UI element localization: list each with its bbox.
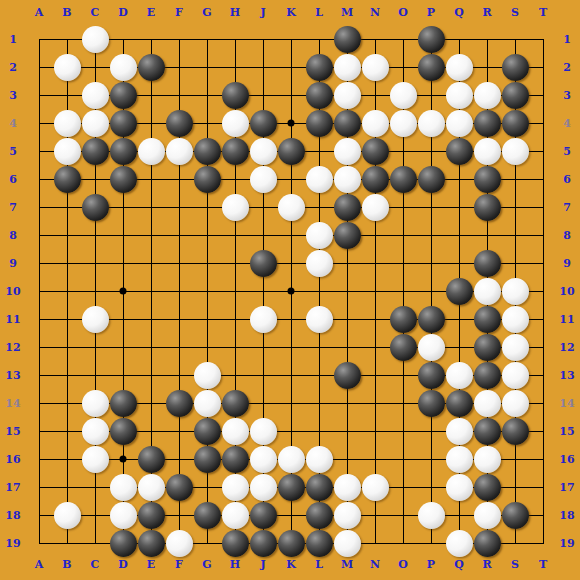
- intersection[interactable]: [445, 473, 473, 501]
- intersection[interactable]: [81, 445, 109, 473]
- intersection[interactable]: [529, 305, 557, 333]
- intersection[interactable]: [333, 361, 361, 389]
- intersection[interactable]: [501, 445, 529, 473]
- intersection[interactable]: [165, 221, 193, 249]
- intersection[interactable]: [137, 529, 165, 557]
- intersection[interactable]: [109, 81, 137, 109]
- intersection[interactable]: [361, 305, 389, 333]
- intersection[interactable]: [25, 221, 53, 249]
- intersection[interactable]: [333, 165, 361, 193]
- intersection[interactable]: [529, 389, 557, 417]
- intersection[interactable]: [529, 333, 557, 361]
- intersection[interactable]: [193, 249, 221, 277]
- intersection[interactable]: [361, 193, 389, 221]
- intersection[interactable]: [109, 501, 137, 529]
- intersection[interactable]: [333, 305, 361, 333]
- intersection[interactable]: [529, 165, 557, 193]
- intersection[interactable]: [81, 137, 109, 165]
- intersection[interactable]: [193, 53, 221, 81]
- intersection[interactable]: [165, 137, 193, 165]
- intersection[interactable]: [305, 137, 333, 165]
- intersection[interactable]: [445, 165, 473, 193]
- intersection[interactable]: [109, 305, 137, 333]
- intersection[interactable]: [333, 137, 361, 165]
- intersection[interactable]: [529, 249, 557, 277]
- intersection[interactable]: [445, 529, 473, 557]
- intersection[interactable]: [137, 165, 165, 193]
- intersection[interactable]: [333, 333, 361, 361]
- intersection[interactable]: [333, 53, 361, 81]
- intersection[interactable]: [277, 445, 305, 473]
- intersection[interactable]: [529, 137, 557, 165]
- intersection[interactable]: [305, 501, 333, 529]
- intersection[interactable]: [81, 417, 109, 445]
- intersection[interactable]: [361, 529, 389, 557]
- intersection[interactable]: [305, 249, 333, 277]
- intersection[interactable]: [221, 445, 249, 473]
- intersection[interactable]: [277, 473, 305, 501]
- intersection[interactable]: [501, 529, 529, 557]
- intersection[interactable]: [193, 389, 221, 417]
- intersection[interactable]: [193, 417, 221, 445]
- intersection[interactable]: [501, 53, 529, 81]
- intersection[interactable]: [501, 221, 529, 249]
- intersection[interactable]: [529, 473, 557, 501]
- intersection[interactable]: [53, 221, 81, 249]
- intersection[interactable]: [109, 249, 137, 277]
- intersection[interactable]: [417, 53, 445, 81]
- intersection[interactable]: [529, 53, 557, 81]
- intersection[interactable]: [417, 109, 445, 137]
- intersection[interactable]: [445, 361, 473, 389]
- intersection[interactable]: [389, 529, 417, 557]
- intersection[interactable]: [445, 501, 473, 529]
- intersection[interactable]: [389, 389, 417, 417]
- intersection[interactable]: [53, 529, 81, 557]
- intersection[interactable]: [81, 361, 109, 389]
- intersection[interactable]: [501, 473, 529, 501]
- intersection[interactable]: [81, 109, 109, 137]
- intersection[interactable]: [333, 221, 361, 249]
- intersection[interactable]: [445, 53, 473, 81]
- intersection[interactable]: [25, 417, 53, 445]
- intersection[interactable]: [165, 501, 193, 529]
- intersection[interactable]: [137, 109, 165, 137]
- intersection[interactable]: [305, 529, 333, 557]
- intersection[interactable]: [109, 417, 137, 445]
- intersection[interactable]: [165, 165, 193, 193]
- intersection[interactable]: [305, 277, 333, 305]
- intersection[interactable]: [361, 333, 389, 361]
- intersection[interactable]: [277, 389, 305, 417]
- intersection[interactable]: [221, 417, 249, 445]
- intersection[interactable]: [501, 137, 529, 165]
- intersection[interactable]: [473, 25, 501, 53]
- intersection[interactable]: [249, 389, 277, 417]
- intersection[interactable]: [501, 193, 529, 221]
- intersection[interactable]: [137, 53, 165, 81]
- intersection[interactable]: [81, 333, 109, 361]
- intersection[interactable]: [473, 445, 501, 473]
- intersection[interactable]: [137, 277, 165, 305]
- intersection[interactable]: [137, 193, 165, 221]
- intersection[interactable]: [389, 137, 417, 165]
- intersection[interactable]: [529, 361, 557, 389]
- intersection[interactable]: [221, 137, 249, 165]
- intersection[interactable]: [417, 221, 445, 249]
- intersection[interactable]: [473, 501, 501, 529]
- intersection[interactable]: [109, 109, 137, 137]
- intersection[interactable]: [249, 165, 277, 193]
- intersection[interactable]: [389, 277, 417, 305]
- intersection[interactable]: [81, 81, 109, 109]
- intersection[interactable]: [277, 109, 305, 137]
- intersection[interactable]: [81, 501, 109, 529]
- intersection[interactable]: [417, 389, 445, 417]
- intersection[interactable]: [137, 389, 165, 417]
- intersection[interactable]: [249, 25, 277, 53]
- intersection[interactable]: [25, 137, 53, 165]
- intersection[interactable]: [165, 81, 193, 109]
- intersection[interactable]: [221, 193, 249, 221]
- intersection[interactable]: [333, 81, 361, 109]
- intersection[interactable]: [417, 501, 445, 529]
- intersection[interactable]: [193, 277, 221, 305]
- intersection[interactable]: [25, 81, 53, 109]
- intersection[interactable]: [249, 277, 277, 305]
- intersection[interactable]: [81, 305, 109, 333]
- intersection[interactable]: [417, 305, 445, 333]
- intersection[interactable]: [417, 81, 445, 109]
- intersection[interactable]: [417, 165, 445, 193]
- intersection[interactable]: [333, 445, 361, 473]
- intersection[interactable]: [25, 529, 53, 557]
- intersection[interactable]: [445, 417, 473, 445]
- intersection[interactable]: [221, 473, 249, 501]
- intersection[interactable]: [473, 81, 501, 109]
- intersection[interactable]: [249, 473, 277, 501]
- intersection[interactable]: [25, 361, 53, 389]
- intersection[interactable]: [473, 277, 501, 305]
- intersection[interactable]: [221, 165, 249, 193]
- intersection[interactable]: [221, 249, 249, 277]
- intersection[interactable]: [445, 221, 473, 249]
- intersection[interactable]: [249, 109, 277, 137]
- intersection[interactable]: [529, 529, 557, 557]
- intersection[interactable]: [417, 529, 445, 557]
- intersection[interactable]: [193, 165, 221, 193]
- intersection[interactable]: [389, 333, 417, 361]
- intersection[interactable]: [305, 389, 333, 417]
- intersection[interactable]: [81, 473, 109, 501]
- intersection[interactable]: [445, 277, 473, 305]
- intersection[interactable]: [501, 277, 529, 305]
- intersection[interactable]: [221, 277, 249, 305]
- intersection[interactable]: [53, 25, 81, 53]
- intersection[interactable]: [277, 165, 305, 193]
- intersection[interactable]: [305, 109, 333, 137]
- intersection[interactable]: [529, 417, 557, 445]
- intersection[interactable]: [53, 249, 81, 277]
- intersection[interactable]: [361, 417, 389, 445]
- intersection[interactable]: [221, 389, 249, 417]
- intersection[interactable]: [53, 389, 81, 417]
- intersection[interactable]: [333, 389, 361, 417]
- intersection[interactable]: [333, 417, 361, 445]
- intersection[interactable]: [53, 473, 81, 501]
- intersection[interactable]: [193, 221, 221, 249]
- intersection[interactable]: [389, 25, 417, 53]
- intersection[interactable]: [277, 333, 305, 361]
- intersection[interactable]: [249, 417, 277, 445]
- intersection[interactable]: [333, 473, 361, 501]
- intersection[interactable]: [109, 389, 137, 417]
- intersection[interactable]: [389, 445, 417, 473]
- intersection[interactable]: [529, 445, 557, 473]
- intersection[interactable]: [277, 501, 305, 529]
- intersection[interactable]: [473, 361, 501, 389]
- intersection[interactable]: [137, 361, 165, 389]
- intersection[interactable]: [165, 445, 193, 473]
- intersection[interactable]: [53, 305, 81, 333]
- intersection[interactable]: [249, 221, 277, 249]
- intersection[interactable]: [277, 81, 305, 109]
- intersection[interactable]: [25, 53, 53, 81]
- intersection[interactable]: [417, 361, 445, 389]
- intersection[interactable]: [445, 193, 473, 221]
- intersection[interactable]: [445, 25, 473, 53]
- intersection[interactable]: [529, 25, 557, 53]
- intersection[interactable]: [305, 417, 333, 445]
- intersection[interactable]: [221, 529, 249, 557]
- intersection[interactable]: [81, 53, 109, 81]
- intersection[interactable]: [361, 445, 389, 473]
- intersection[interactable]: [277, 137, 305, 165]
- intersection[interactable]: [165, 53, 193, 81]
- intersection[interactable]: [389, 249, 417, 277]
- intersection[interactable]: [529, 81, 557, 109]
- intersection[interactable]: [473, 529, 501, 557]
- intersection[interactable]: [165, 193, 193, 221]
- intersection[interactable]: [53, 165, 81, 193]
- intersection[interactable]: [25, 193, 53, 221]
- intersection[interactable]: [249, 53, 277, 81]
- intersection[interactable]: [417, 277, 445, 305]
- intersection[interactable]: [333, 529, 361, 557]
- intersection[interactable]: [473, 109, 501, 137]
- intersection[interactable]: [249, 445, 277, 473]
- intersection[interactable]: [305, 81, 333, 109]
- intersection[interactable]: [361, 25, 389, 53]
- intersection[interactable]: [25, 445, 53, 473]
- intersection[interactable]: [417, 333, 445, 361]
- intersection[interactable]: [361, 249, 389, 277]
- intersection[interactable]: [53, 277, 81, 305]
- intersection[interactable]: [81, 25, 109, 53]
- intersection[interactable]: [221, 305, 249, 333]
- intersection[interactable]: [249, 529, 277, 557]
- intersection[interactable]: [277, 249, 305, 277]
- intersection[interactable]: [417, 445, 445, 473]
- intersection[interactable]: [445, 109, 473, 137]
- intersection[interactable]: [193, 305, 221, 333]
- intersection[interactable]: [529, 193, 557, 221]
- intersection[interactable]: [389, 221, 417, 249]
- intersection[interactable]: [165, 361, 193, 389]
- intersection[interactable]: [305, 53, 333, 81]
- intersection[interactable]: [473, 193, 501, 221]
- intersection[interactable]: [221, 25, 249, 53]
- intersection[interactable]: [361, 473, 389, 501]
- intersection[interactable]: [361, 221, 389, 249]
- intersection[interactable]: [137, 445, 165, 473]
- intersection[interactable]: [109, 445, 137, 473]
- intersection[interactable]: [501, 165, 529, 193]
- intersection[interactable]: [473, 305, 501, 333]
- intersection[interactable]: [25, 165, 53, 193]
- intersection[interactable]: [53, 193, 81, 221]
- intersection[interactable]: [445, 137, 473, 165]
- intersection[interactable]: [277, 529, 305, 557]
- intersection[interactable]: [109, 221, 137, 249]
- intersection[interactable]: [417, 193, 445, 221]
- intersection[interactable]: [221, 333, 249, 361]
- intersection[interactable]: [445, 445, 473, 473]
- intersection[interactable]: [417, 417, 445, 445]
- intersection[interactable]: [81, 249, 109, 277]
- intersection[interactable]: [249, 333, 277, 361]
- intersection[interactable]: [25, 25, 53, 53]
- intersection[interactable]: [165, 249, 193, 277]
- intersection[interactable]: [165, 529, 193, 557]
- intersection[interactable]: [165, 305, 193, 333]
- intersection[interactable]: [193, 109, 221, 137]
- intersection[interactable]: [389, 193, 417, 221]
- intersection[interactable]: [389, 165, 417, 193]
- intersection[interactable]: [53, 109, 81, 137]
- intersection[interactable]: [165, 333, 193, 361]
- intersection[interactable]: [417, 473, 445, 501]
- intersection[interactable]: [109, 361, 137, 389]
- intersection[interactable]: [473, 165, 501, 193]
- intersection[interactable]: [249, 193, 277, 221]
- intersection[interactable]: [501, 361, 529, 389]
- intersection[interactable]: [137, 417, 165, 445]
- intersection[interactable]: [53, 501, 81, 529]
- intersection[interactable]: [361, 109, 389, 137]
- intersection[interactable]: [221, 501, 249, 529]
- intersection[interactable]: [333, 193, 361, 221]
- intersection[interactable]: [529, 501, 557, 529]
- intersection[interactable]: [305, 193, 333, 221]
- intersection[interactable]: [501, 25, 529, 53]
- intersection[interactable]: [501, 305, 529, 333]
- intersection[interactable]: [193, 193, 221, 221]
- intersection[interactable]: [389, 417, 417, 445]
- intersection[interactable]: [501, 333, 529, 361]
- intersection[interactable]: [25, 305, 53, 333]
- intersection[interactable]: [137, 333, 165, 361]
- intersection[interactable]: [193, 361, 221, 389]
- intersection[interactable]: [333, 109, 361, 137]
- intersection[interactable]: [109, 529, 137, 557]
- intersection[interactable]: [165, 473, 193, 501]
- intersection[interactable]: [361, 277, 389, 305]
- intersection[interactable]: [501, 81, 529, 109]
- intersection[interactable]: [389, 81, 417, 109]
- intersection[interactable]: [361, 501, 389, 529]
- intersection[interactable]: [109, 277, 137, 305]
- intersection[interactable]: [529, 221, 557, 249]
- intersection[interactable]: [305, 333, 333, 361]
- intersection[interactable]: [361, 165, 389, 193]
- intersection[interactable]: [417, 25, 445, 53]
- intersection[interactable]: [473, 137, 501, 165]
- intersection[interactable]: [221, 53, 249, 81]
- intersection[interactable]: [137, 305, 165, 333]
- intersection[interactable]: [305, 445, 333, 473]
- intersection[interactable]: [249, 81, 277, 109]
- intersection[interactable]: [53, 137, 81, 165]
- intersection[interactable]: [501, 501, 529, 529]
- intersection[interactable]: [361, 137, 389, 165]
- intersection[interactable]: [25, 249, 53, 277]
- intersection[interactable]: [361, 53, 389, 81]
- intersection[interactable]: [473, 221, 501, 249]
- intersection[interactable]: [417, 137, 445, 165]
- intersection[interactable]: [25, 333, 53, 361]
- intersection[interactable]: [165, 109, 193, 137]
- intersection[interactable]: [25, 501, 53, 529]
- intersection[interactable]: [81, 165, 109, 193]
- intersection[interactable]: [193, 81, 221, 109]
- intersection[interactable]: [501, 417, 529, 445]
- intersection[interactable]: [333, 277, 361, 305]
- intersection[interactable]: [53, 333, 81, 361]
- intersection[interactable]: [137, 221, 165, 249]
- intersection[interactable]: [109, 53, 137, 81]
- intersection[interactable]: [249, 249, 277, 277]
- intersection[interactable]: [445, 81, 473, 109]
- intersection[interactable]: [193, 529, 221, 557]
- intersection[interactable]: [445, 389, 473, 417]
- intersection[interactable]: [193, 501, 221, 529]
- intersection[interactable]: [501, 389, 529, 417]
- intersection[interactable]: [333, 501, 361, 529]
- intersection[interactable]: [109, 137, 137, 165]
- intersection[interactable]: [25, 109, 53, 137]
- intersection[interactable]: [305, 305, 333, 333]
- intersection[interactable]: [137, 81, 165, 109]
- intersection[interactable]: [277, 25, 305, 53]
- intersection[interactable]: [81, 193, 109, 221]
- intersection[interactable]: [81, 389, 109, 417]
- intersection[interactable]: [305, 221, 333, 249]
- intersection[interactable]: [305, 361, 333, 389]
- intersection[interactable]: [305, 473, 333, 501]
- intersection[interactable]: [473, 53, 501, 81]
- intersection[interactable]: [221, 109, 249, 137]
- intersection[interactable]: [277, 193, 305, 221]
- intersection[interactable]: [53, 53, 81, 81]
- intersection[interactable]: [473, 473, 501, 501]
- intersection[interactable]: [137, 249, 165, 277]
- intersection[interactable]: [109, 193, 137, 221]
- intersection[interactable]: [53, 417, 81, 445]
- intersection[interactable]: [221, 221, 249, 249]
- intersection[interactable]: [53, 81, 81, 109]
- intersection[interactable]: [529, 109, 557, 137]
